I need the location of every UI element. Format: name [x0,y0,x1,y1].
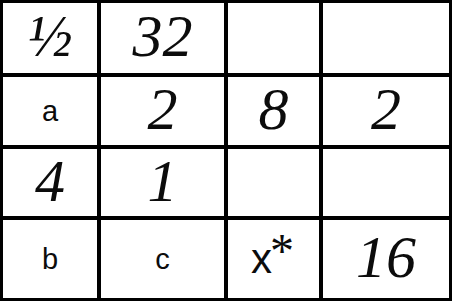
cell-r4c2: c [101,220,224,298]
cell-r1c4 [323,3,449,73]
cell-r1c2: 32 [101,3,224,73]
cell-r4c3: x* [228,220,319,298]
cell-r2c3: 8 [228,77,319,145]
cell-r2c4: 2 [323,77,449,145]
puzzle-image: ½ 32 a 2 8 2 4 1 b c x* 16 [0,0,452,301]
cell-r3c4 [323,149,449,216]
cell-r3c1: 4 [3,149,97,216]
asterisk-symbol: * [270,227,294,275]
cell-r1c3 [228,3,319,73]
cell-r4c1: b [3,220,97,298]
cell-r4c4: 16 [323,220,449,298]
cell-r1c1: ½ [3,3,97,73]
cell-r2c1: a [3,77,97,145]
cell-r3c2: 1 [101,149,224,216]
cell-r3c3 [228,149,319,216]
puzzle-grid: ½ 32 a 2 8 2 4 1 b c x* 16 [0,0,452,301]
cell-r2c2: 2 [101,77,224,145]
x-symbol: x [251,238,272,280]
